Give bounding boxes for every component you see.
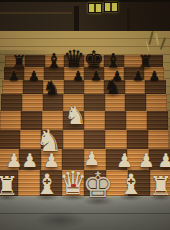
piece-white-pawn-a2[interactable]: ♟ [6, 151, 23, 170]
piece-white-knight-d4[interactable]: ♞ [64, 103, 86, 128]
square-g3[interactable] [127, 130, 148, 149]
square-a5[interactable] [1, 94, 22, 111]
square-e4[interactable] [84, 111, 105, 130]
piece-black-pawn-d7[interactable]: ♟ [72, 69, 84, 82]
piece-black-pawn-h7[interactable]: ♟ [148, 69, 160, 82]
square-b5[interactable] [22, 94, 43, 111]
chess-game-screenshot: ♜♝♛♚♝♜♟♟♟♟♟♟♟♞♞♞♞♟♟♟♟♟♟♟♜♝♛♚♝♜ [0, 0, 170, 230]
square-h5[interactable] [146, 94, 167, 111]
square-g4[interactable] [126, 111, 147, 130]
square-f4[interactable] [105, 111, 126, 130]
piece-black-pawn-g7[interactable]: ♟ [132, 69, 144, 82]
piece-black-pawn-a7[interactable]: ♟ [8, 69, 20, 82]
rim-shadow [34, 211, 86, 229]
piece-white-king-e1[interactable]: ♚ [82, 168, 113, 203]
piece-white-rook-a1[interactable]: ♜ [0, 173, 19, 199]
square-e5[interactable] [84, 94, 105, 111]
piece-black-pawn-e7[interactable]: ♟ [90, 69, 102, 82]
square-b8[interactable] [25, 55, 45, 67]
white-queen-red-bow [71, 184, 76, 187]
square-d3[interactable] [63, 130, 84, 149]
piece-black-knight-f6[interactable]: ♞ [104, 77, 121, 96]
square-e3[interactable] [84, 130, 105, 149]
piece-white-bishop-c1[interactable]: ♝ [34, 171, 59, 199]
piece-black-knight-c6[interactable]: ♞ [43, 78, 60, 97]
square-h3[interactable] [148, 130, 169, 149]
square-h4[interactable] [147, 111, 168, 130]
piece-white-rook-h1[interactable]: ♜ [149, 173, 170, 199]
square-g5[interactable] [125, 94, 146, 111]
square-a4[interactable] [0, 111, 21, 130]
piece-white-bishop-f1[interactable]: ♝ [118, 171, 143, 199]
piece-black-pawn-b7[interactable]: ♟ [28, 69, 40, 82]
square-f3[interactable] [105, 130, 126, 149]
piece-black-bishop-c8[interactable]: ♝ [46, 51, 63, 70]
piece-white-pawn-h2[interactable]: ♟ [157, 151, 170, 170]
square-a3[interactable] [0, 130, 20, 149]
